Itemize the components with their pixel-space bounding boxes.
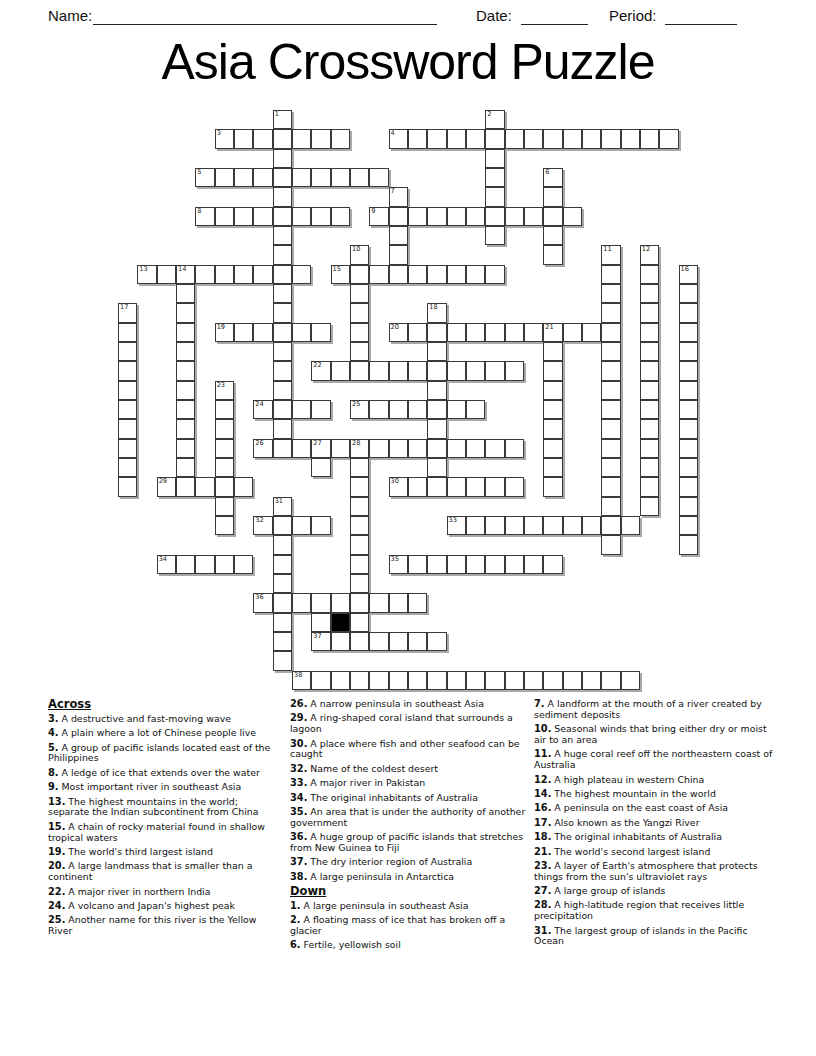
cell-r16c3[interactable] bbox=[176, 419, 195, 438]
cell-r12c8[interactable] bbox=[273, 342, 292, 361]
cell-r21c7[interactable]: 32 bbox=[253, 516, 272, 535]
cell-r23c14[interactable]: 35 bbox=[389, 555, 408, 574]
cell-r13c17[interactable] bbox=[447, 361, 466, 380]
cell-r1c23[interactable] bbox=[563, 129, 582, 148]
cell-r15c5[interactable] bbox=[215, 400, 234, 419]
cell-r29c20[interactable] bbox=[505, 671, 524, 690]
cell-r17c14[interactable] bbox=[389, 439, 408, 458]
cell-r21c26[interactable] bbox=[621, 516, 640, 535]
cell-r19c18[interactable] bbox=[466, 477, 485, 496]
cell-r21c21[interactable] bbox=[524, 516, 543, 535]
cell-r14c8[interactable] bbox=[273, 381, 292, 400]
cell-r18c29[interactable] bbox=[679, 458, 698, 477]
cell-r1c8[interactable] bbox=[273, 129, 292, 148]
cell-r18c0[interactable] bbox=[118, 458, 137, 477]
cell-r11c20[interactable] bbox=[505, 323, 524, 342]
cell-r3c12[interactable] bbox=[350, 168, 369, 187]
cell-r8c14[interactable] bbox=[389, 265, 408, 284]
cell-r13c22[interactable] bbox=[543, 361, 562, 380]
cell-r12c16[interactable] bbox=[427, 342, 446, 361]
cell-r25c15[interactable] bbox=[408, 593, 427, 612]
cell-r8c29[interactable]: 16 bbox=[679, 265, 698, 284]
cell-r5c19[interactable] bbox=[485, 207, 504, 226]
cell-r15c9[interactable] bbox=[292, 400, 311, 419]
period-blank-line[interactable] bbox=[665, 8, 737, 25]
cell-r20c8[interactable]: 31 bbox=[273, 497, 292, 516]
cell-r8c3[interactable]: 14 bbox=[176, 265, 195, 284]
cell-r18c25[interactable] bbox=[601, 458, 620, 477]
cell-r9c29[interactable] bbox=[679, 284, 698, 303]
cell-r18c3[interactable] bbox=[176, 458, 195, 477]
cell-r17c17[interactable] bbox=[447, 439, 466, 458]
cell-r19c5[interactable] bbox=[215, 477, 234, 496]
cell-r27c14[interactable] bbox=[389, 632, 408, 651]
cell-r29c11[interactable] bbox=[331, 671, 350, 690]
cell-r2c19[interactable] bbox=[485, 149, 504, 168]
cell-r15c17[interactable] bbox=[447, 400, 466, 419]
cell-r17c0[interactable] bbox=[118, 439, 137, 458]
cell-r15c29[interactable] bbox=[679, 400, 698, 419]
cell-r8c19[interactable] bbox=[485, 265, 504, 284]
cell-r19c16[interactable] bbox=[427, 477, 446, 496]
cell-r9c12[interactable] bbox=[350, 284, 369, 303]
cell-r22c29[interactable] bbox=[679, 535, 698, 554]
cell-r8c2[interactable] bbox=[157, 265, 176, 284]
cell-r2c8[interactable] bbox=[273, 149, 292, 168]
cell-r1c24[interactable] bbox=[582, 129, 601, 148]
cell-r11c10[interactable] bbox=[311, 323, 330, 342]
cell-r8c27[interactable] bbox=[640, 265, 659, 284]
cell-r23c16[interactable] bbox=[427, 555, 446, 574]
cell-r29c10[interactable] bbox=[311, 671, 330, 690]
cell-r18c16[interactable] bbox=[427, 458, 446, 477]
cell-r12c27[interactable] bbox=[640, 342, 659, 361]
cell-r13c25[interactable] bbox=[601, 361, 620, 380]
cell-r29c26[interactable] bbox=[621, 671, 640, 690]
cell-r17c5[interactable] bbox=[215, 439, 234, 458]
cell-r7c27[interactable]: 12 bbox=[640, 245, 659, 264]
cell-r19c20[interactable] bbox=[505, 477, 524, 496]
cell-r29c19[interactable] bbox=[485, 671, 504, 690]
cell-r19c14[interactable]: 30 bbox=[389, 477, 408, 496]
cell-r3c11[interactable] bbox=[331, 168, 350, 187]
cell-r16c8[interactable] bbox=[273, 419, 292, 438]
cell-r23c12[interactable] bbox=[350, 555, 369, 574]
cell-r9c8[interactable] bbox=[273, 284, 292, 303]
cell-r5c8[interactable] bbox=[273, 207, 292, 226]
cell-r11c0[interactable] bbox=[118, 323, 137, 342]
cell-r4c22[interactable] bbox=[543, 187, 562, 206]
cell-r21c18[interactable] bbox=[466, 516, 485, 535]
cell-r19c0[interactable] bbox=[118, 477, 137, 496]
cell-r16c25[interactable] bbox=[601, 419, 620, 438]
cell-r13c0[interactable] bbox=[118, 361, 137, 380]
cell-r17c25[interactable] bbox=[601, 439, 620, 458]
cell-r3c13[interactable] bbox=[369, 168, 388, 187]
cell-r17c10[interactable]: 27 bbox=[311, 439, 330, 458]
cell-r16c29[interactable] bbox=[679, 419, 698, 438]
cell-r23c4[interactable] bbox=[195, 555, 214, 574]
cell-r6c22[interactable] bbox=[543, 226, 562, 245]
cell-r8c11[interactable]: 15 bbox=[331, 265, 350, 284]
cell-r9c27[interactable] bbox=[640, 284, 659, 303]
cell-r17c12[interactable]: 28 bbox=[350, 439, 369, 458]
cell-r29c18[interactable] bbox=[466, 671, 485, 690]
cell-r5c17[interactable] bbox=[447, 207, 466, 226]
cell-r11c25[interactable] bbox=[601, 323, 620, 342]
cell-r11c12[interactable] bbox=[350, 323, 369, 342]
cell-r3c19[interactable] bbox=[485, 168, 504, 187]
cell-r13c14[interactable] bbox=[389, 361, 408, 380]
cell-r4c14[interactable]: 7 bbox=[389, 187, 408, 206]
cell-r5c11[interactable] bbox=[331, 207, 350, 226]
cell-r27c15[interactable] bbox=[408, 632, 427, 651]
cell-r19c25[interactable] bbox=[601, 477, 620, 496]
cell-r11c19[interactable] bbox=[485, 323, 504, 342]
cell-r8c13[interactable] bbox=[369, 265, 388, 284]
cell-r17c13[interactable] bbox=[369, 439, 388, 458]
cell-r15c14[interactable] bbox=[389, 400, 408, 419]
cell-r19c12[interactable] bbox=[350, 477, 369, 496]
cell-r17c7[interactable]: 26 bbox=[253, 439, 272, 458]
cell-r21c10[interactable] bbox=[311, 516, 330, 535]
cell-r5c15[interactable] bbox=[408, 207, 427, 226]
cell-r13c15[interactable] bbox=[408, 361, 427, 380]
cell-r18c27[interactable] bbox=[640, 458, 659, 477]
cell-r21c25[interactable] bbox=[601, 516, 620, 535]
cell-r5c6[interactable] bbox=[234, 207, 253, 226]
cell-r8c8[interactable] bbox=[273, 265, 292, 284]
cell-r19c3[interactable] bbox=[176, 477, 195, 496]
cell-r10c16[interactable]: 18 bbox=[427, 303, 446, 322]
cell-r3c10[interactable] bbox=[311, 168, 330, 187]
cell-r6c19[interactable] bbox=[485, 226, 504, 245]
cell-r21c8[interactable] bbox=[273, 516, 292, 535]
cell-r25c14[interactable] bbox=[389, 593, 408, 612]
cell-r23c18[interactable] bbox=[466, 555, 485, 574]
cell-r19c29[interactable] bbox=[679, 477, 698, 496]
cell-r29c9[interactable]: 38 bbox=[292, 671, 311, 690]
cell-r13c16[interactable] bbox=[427, 361, 446, 380]
cell-r27c10[interactable]: 37 bbox=[311, 632, 330, 651]
cell-r11c3[interactable] bbox=[176, 323, 195, 342]
cell-r3c9[interactable] bbox=[292, 168, 311, 187]
cell-r5c16[interactable] bbox=[427, 207, 446, 226]
cell-r8c6[interactable] bbox=[234, 265, 253, 284]
cell-r14c3[interactable] bbox=[176, 381, 195, 400]
cell-r23c20[interactable] bbox=[505, 555, 524, 574]
name-blank-line[interactable] bbox=[93, 8, 437, 25]
cell-r3c5[interactable] bbox=[215, 168, 234, 187]
cell-r5c13[interactable]: 9 bbox=[369, 207, 388, 226]
cell-r10c25[interactable] bbox=[601, 303, 620, 322]
cell-r1c19[interactable] bbox=[485, 129, 504, 148]
cell-r10c27[interactable] bbox=[640, 303, 659, 322]
cell-r11c18[interactable] bbox=[466, 323, 485, 342]
cell-r16c16[interactable] bbox=[427, 419, 446, 438]
cell-r29c15[interactable] bbox=[408, 671, 427, 690]
cell-r21c9[interactable] bbox=[292, 516, 311, 535]
cell-r15c18[interactable] bbox=[466, 400, 485, 419]
cell-r7c14[interactable] bbox=[389, 245, 408, 264]
cell-r21c22[interactable] bbox=[543, 516, 562, 535]
cell-r8c4[interactable] bbox=[195, 265, 214, 284]
cell-r25c7[interactable]: 36 bbox=[253, 593, 272, 612]
cell-r17c16[interactable] bbox=[427, 439, 446, 458]
cell-r12c22[interactable] bbox=[543, 342, 562, 361]
cell-r23c22[interactable] bbox=[543, 555, 562, 574]
cell-r21c19[interactable] bbox=[485, 516, 504, 535]
cell-r8c16[interactable] bbox=[427, 265, 446, 284]
cell-r17c3[interactable] bbox=[176, 439, 195, 458]
cell-r22c8[interactable] bbox=[273, 535, 292, 554]
cell-r20c27[interactable] bbox=[640, 497, 659, 516]
cell-r14c22[interactable] bbox=[543, 381, 562, 400]
cell-r15c16[interactable] bbox=[427, 400, 446, 419]
cell-r1c17[interactable] bbox=[447, 129, 466, 148]
cell-r11c17[interactable] bbox=[447, 323, 466, 342]
cell-r29c24[interactable] bbox=[582, 671, 601, 690]
cell-r17c8[interactable] bbox=[273, 439, 292, 458]
cell-r14c5[interactable]: 23 bbox=[215, 381, 234, 400]
cell-r23c8[interactable] bbox=[273, 555, 292, 574]
cell-r23c19[interactable] bbox=[485, 555, 504, 574]
cell-r3c7[interactable] bbox=[253, 168, 272, 187]
cell-r1c22[interactable] bbox=[543, 129, 562, 148]
cell-r14c16[interactable] bbox=[427, 381, 446, 400]
cell-r23c21[interactable] bbox=[524, 555, 543, 574]
cell-r5c10[interactable] bbox=[311, 207, 330, 226]
cell-r13c10[interactable]: 22 bbox=[311, 361, 330, 380]
cell-r10c8[interactable] bbox=[273, 303, 292, 322]
cell-r6c14[interactable] bbox=[389, 226, 408, 245]
cell-r29c17[interactable] bbox=[447, 671, 466, 690]
cell-r14c25[interactable] bbox=[601, 381, 620, 400]
cell-r25c12[interactable] bbox=[350, 593, 369, 612]
cell-r9c25[interactable] bbox=[601, 284, 620, 303]
cell-r1c18[interactable] bbox=[466, 129, 485, 148]
cell-r13c13[interactable] bbox=[369, 361, 388, 380]
cell-r15c22[interactable] bbox=[543, 400, 562, 419]
cell-r13c20[interactable] bbox=[505, 361, 524, 380]
cell-r29c25[interactable] bbox=[601, 671, 620, 690]
cell-r24c8[interactable] bbox=[273, 574, 292, 593]
cell-r20c12[interactable] bbox=[350, 497, 369, 516]
cell-r10c0[interactable]: 17 bbox=[118, 303, 137, 322]
cell-r21c20[interactable] bbox=[505, 516, 524, 535]
cell-r12c0[interactable] bbox=[118, 342, 137, 361]
cell-r8c5[interactable] bbox=[215, 265, 234, 284]
cell-r23c17[interactable] bbox=[447, 555, 466, 574]
cell-r1c26[interactable] bbox=[621, 129, 640, 148]
cell-r11c5[interactable]: 19 bbox=[215, 323, 234, 342]
cell-r16c22[interactable] bbox=[543, 419, 562, 438]
cell-r18c22[interactable] bbox=[543, 458, 562, 477]
cell-r15c13[interactable] bbox=[369, 400, 388, 419]
cell-r21c5[interactable] bbox=[215, 516, 234, 535]
cell-r17c15[interactable] bbox=[408, 439, 427, 458]
cell-r11c29[interactable] bbox=[679, 323, 698, 342]
cell-r11c8[interactable] bbox=[273, 323, 292, 342]
cell-r1c7[interactable] bbox=[253, 129, 272, 148]
cell-r8c17[interactable] bbox=[447, 265, 466, 284]
cell-r5c9[interactable] bbox=[292, 207, 311, 226]
cell-r24c12[interactable] bbox=[350, 574, 369, 593]
cell-r13c3[interactable] bbox=[176, 361, 195, 380]
cell-r11c21[interactable] bbox=[524, 323, 543, 342]
cell-r7c25[interactable]: 11 bbox=[601, 245, 620, 264]
cell-r26c8[interactable] bbox=[273, 613, 292, 632]
cell-r11c16[interactable] bbox=[427, 323, 446, 342]
cell-r19c19[interactable] bbox=[485, 477, 504, 496]
cell-r0c8[interactable]: 1 bbox=[273, 110, 292, 129]
cell-r15c12[interactable]: 25 bbox=[350, 400, 369, 419]
cell-r13c29[interactable] bbox=[679, 361, 698, 380]
cell-r3c4[interactable]: 5 bbox=[195, 168, 214, 187]
cell-r15c27[interactable] bbox=[640, 400, 659, 419]
cell-r21c12[interactable] bbox=[350, 516, 369, 535]
cell-r1c6[interactable] bbox=[234, 129, 253, 148]
cell-r29c13[interactable] bbox=[369, 671, 388, 690]
cell-r8c12[interactable] bbox=[350, 265, 369, 284]
cell-r11c14[interactable]: 20 bbox=[389, 323, 408, 342]
cell-r1c21[interactable] bbox=[524, 129, 543, 148]
cell-r19c27[interactable] bbox=[640, 477, 659, 496]
cell-r29c22[interactable] bbox=[543, 671, 562, 690]
cell-r18c12[interactable] bbox=[350, 458, 369, 477]
cell-r15c3[interactable] bbox=[176, 400, 195, 419]
cell-r4c19[interactable] bbox=[485, 187, 504, 206]
cell-r21c23[interactable] bbox=[563, 516, 582, 535]
cell-r11c15[interactable] bbox=[408, 323, 427, 342]
cell-r21c24[interactable] bbox=[582, 516, 601, 535]
cell-r29c14[interactable] bbox=[389, 671, 408, 690]
date-blank-line[interactable] bbox=[521, 8, 588, 25]
cell-r0c19[interactable]: 2 bbox=[485, 110, 504, 129]
cell-r5c23[interactable] bbox=[563, 207, 582, 226]
cell-r10c3[interactable] bbox=[176, 303, 195, 322]
cell-r1c10[interactable] bbox=[311, 129, 330, 148]
cell-r12c29[interactable] bbox=[679, 342, 698, 361]
cell-r27c12[interactable] bbox=[350, 632, 369, 651]
cell-r8c9[interactable] bbox=[292, 265, 311, 284]
cell-r17c20[interactable] bbox=[505, 439, 524, 458]
cell-r15c7[interactable]: 24 bbox=[253, 400, 272, 419]
cell-r8c18[interactable] bbox=[466, 265, 485, 284]
cell-r15c10[interactable] bbox=[311, 400, 330, 419]
cell-r17c11[interactable] bbox=[331, 439, 350, 458]
cell-r17c22[interactable] bbox=[543, 439, 562, 458]
cell-r29c21[interactable] bbox=[524, 671, 543, 690]
cell-r18c5[interactable] bbox=[215, 458, 234, 477]
cell-r14c29[interactable] bbox=[679, 381, 698, 400]
cell-r13c8[interactable] bbox=[273, 361, 292, 380]
cell-r10c29[interactable] bbox=[679, 303, 698, 322]
cell-r20c25[interactable] bbox=[601, 497, 620, 516]
cell-r1c16[interactable] bbox=[427, 129, 446, 148]
cell-r11c9[interactable] bbox=[292, 323, 311, 342]
cell-r12c25[interactable] bbox=[601, 342, 620, 361]
cell-r5c5[interactable] bbox=[215, 207, 234, 226]
cell-r11c22[interactable]: 21 bbox=[543, 323, 562, 342]
cell-r1c11[interactable] bbox=[331, 129, 350, 148]
cell-r21c29[interactable] bbox=[679, 516, 698, 535]
cell-r17c27[interactable] bbox=[640, 439, 659, 458]
cell-r1c20[interactable] bbox=[505, 129, 524, 148]
cell-r29c16[interactable] bbox=[427, 671, 446, 690]
cell-r5c18[interactable] bbox=[466, 207, 485, 226]
cell-r14c0[interactable] bbox=[118, 381, 137, 400]
cell-r5c4[interactable]: 8 bbox=[195, 207, 214, 226]
cell-r19c6[interactable] bbox=[234, 477, 253, 496]
cell-r5c7[interactable] bbox=[253, 207, 272, 226]
cell-r23c3[interactable] bbox=[176, 555, 195, 574]
cell-r25c11[interactable] bbox=[331, 593, 350, 612]
cell-r10c12[interactable] bbox=[350, 303, 369, 322]
cell-r29c12[interactable] bbox=[350, 671, 369, 690]
cell-r1c28[interactable] bbox=[659, 129, 678, 148]
cell-r5c22[interactable] bbox=[543, 207, 562, 226]
cell-r13c19[interactable] bbox=[485, 361, 504, 380]
cell-r12c3[interactable] bbox=[176, 342, 195, 361]
cell-r1c14[interactable]: 4 bbox=[389, 129, 408, 148]
cell-r3c6[interactable] bbox=[234, 168, 253, 187]
cell-r23c6[interactable] bbox=[234, 555, 253, 574]
cell-r20c29[interactable] bbox=[679, 497, 698, 516]
cell-r7c12[interactable]: 10 bbox=[350, 245, 369, 264]
cell-r21c17[interactable]: 33 bbox=[447, 516, 466, 535]
cell-r26c12[interactable] bbox=[350, 613, 369, 632]
cell-r1c25[interactable] bbox=[601, 129, 620, 148]
cell-r7c22[interactable] bbox=[543, 245, 562, 264]
cell-r25c13[interactable] bbox=[369, 593, 388, 612]
cell-r17c18[interactable] bbox=[466, 439, 485, 458]
cell-r6c8[interactable] bbox=[273, 226, 292, 245]
cell-r5c14[interactable] bbox=[389, 207, 408, 226]
cell-r8c15[interactable] bbox=[408, 265, 427, 284]
cell-r15c0[interactable] bbox=[118, 400, 137, 419]
cell-r23c2[interactable]: 34 bbox=[157, 555, 176, 574]
cell-r17c29[interactable] bbox=[679, 439, 698, 458]
cell-r20c5[interactable] bbox=[215, 497, 234, 516]
cell-r25c10[interactable] bbox=[311, 593, 330, 612]
cell-r13c18[interactable] bbox=[466, 361, 485, 380]
cell-r17c19[interactable] bbox=[485, 439, 504, 458]
cell-r11c27[interactable] bbox=[640, 323, 659, 342]
cell-r23c5[interactable] bbox=[215, 555, 234, 574]
cell-r8c25[interactable] bbox=[601, 265, 620, 284]
cell-r17c9[interactable] bbox=[292, 439, 311, 458]
cell-r19c22[interactable] bbox=[543, 477, 562, 496]
cell-r11c6[interactable] bbox=[234, 323, 253, 342]
cell-r18c10[interactable] bbox=[311, 458, 330, 477]
cell-r4c8[interactable] bbox=[273, 187, 292, 206]
cell-r3c8[interactable] bbox=[273, 168, 292, 187]
cell-r19c17[interactable] bbox=[447, 477, 466, 496]
cell-r27c8[interactable] bbox=[273, 632, 292, 651]
cell-r19c2[interactable]: 29 bbox=[157, 477, 176, 496]
cell-r9c3[interactable] bbox=[176, 284, 195, 303]
cell-r13c12[interactable] bbox=[350, 361, 369, 380]
cell-r19c4[interactable] bbox=[195, 477, 214, 496]
cell-r11c23[interactable] bbox=[563, 323, 582, 342]
cell-r27c11[interactable] bbox=[331, 632, 350, 651]
cell-r25c8[interactable] bbox=[273, 593, 292, 612]
cell-r27c16[interactable] bbox=[427, 632, 446, 651]
cell-r15c8[interactable] bbox=[273, 400, 292, 419]
cell-r27c13[interactable] bbox=[369, 632, 388, 651]
cell-r13c27[interactable] bbox=[640, 361, 659, 380]
